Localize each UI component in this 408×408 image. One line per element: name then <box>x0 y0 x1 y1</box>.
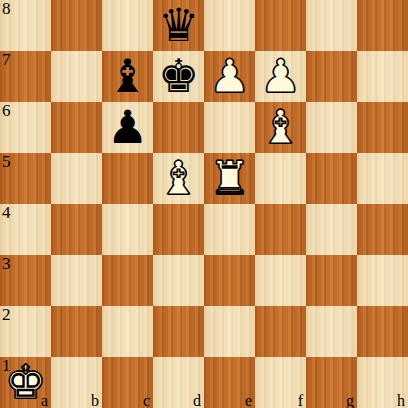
square-e6[interactable] <box>204 102 255 153</box>
square-g4[interactable] <box>306 204 357 255</box>
square-e7[interactable]: ♟ <box>204 51 255 102</box>
square-h1[interactable]: h <box>357 357 408 408</box>
square-c2[interactable] <box>102 306 153 357</box>
piece-white-pawn: ♟ <box>209 51 250 102</box>
square-c7[interactable]: ♝ <box>102 51 153 102</box>
file-label-a: a <box>41 392 48 408</box>
square-a8[interactable]: 8 <box>0 0 51 51</box>
rank-label-1: 1 <box>2 356 11 375</box>
square-d5[interactable]: ♝ <box>153 153 204 204</box>
square-b7[interactable] <box>51 51 102 102</box>
file-label-b: b <box>91 392 99 408</box>
rank-label-4: 4 <box>2 203 11 222</box>
square-b1[interactable]: b <box>51 357 102 408</box>
rank-label-5: 5 <box>2 152 11 171</box>
piece-black-king: ♚ <box>158 51 199 102</box>
square-c6[interactable]: ♟ <box>102 102 153 153</box>
square-h4[interactable] <box>357 204 408 255</box>
piece-white-pawn: ♟ <box>260 51 301 102</box>
square-d6[interactable] <box>153 102 204 153</box>
square-h7[interactable] <box>357 51 408 102</box>
square-h6[interactable] <box>357 102 408 153</box>
square-c5[interactable] <box>102 153 153 204</box>
square-e2[interactable] <box>204 306 255 357</box>
square-d1[interactable]: d <box>153 357 204 408</box>
square-e1[interactable]: e <box>204 357 255 408</box>
square-e3[interactable] <box>204 255 255 306</box>
piece-black-pawn: ♟ <box>107 102 148 153</box>
square-f6[interactable]: ♝ <box>255 102 306 153</box>
square-a3[interactable]: 3 <box>0 255 51 306</box>
square-b5[interactable] <box>51 153 102 204</box>
square-b3[interactable] <box>51 255 102 306</box>
square-h3[interactable] <box>357 255 408 306</box>
square-g1[interactable]: g <box>306 357 357 408</box>
file-label-f: f <box>298 392 303 408</box>
square-f4[interactable] <box>255 204 306 255</box>
file-label-g: g <box>346 392 354 408</box>
piece-white-bishop: ♝ <box>158 153 199 204</box>
square-c1[interactable]: c <box>102 357 153 408</box>
square-h5[interactable] <box>357 153 408 204</box>
piece-black-bishop: ♝ <box>107 51 148 102</box>
square-g3[interactable] <box>306 255 357 306</box>
piece-black-queen: ♛ <box>158 0 199 51</box>
square-e4[interactable] <box>204 204 255 255</box>
square-f7[interactable]: ♟ <box>255 51 306 102</box>
square-f3[interactable] <box>255 255 306 306</box>
square-a1[interactable]: 1a♚ <box>0 357 51 408</box>
square-b2[interactable] <box>51 306 102 357</box>
square-d4[interactable] <box>153 204 204 255</box>
rank-label-7: 7 <box>2 50 11 69</box>
square-f5[interactable] <box>255 153 306 204</box>
square-a5[interactable]: 5 <box>0 153 51 204</box>
rank-label-6: 6 <box>2 101 11 120</box>
square-f8[interactable] <box>255 0 306 51</box>
rank-label-3: 3 <box>2 254 11 273</box>
square-a7[interactable]: 7 <box>0 51 51 102</box>
square-e5[interactable]: ♜ <box>204 153 255 204</box>
rank-label-2: 2 <box>2 305 11 324</box>
square-c4[interactable] <box>102 204 153 255</box>
square-c3[interactable] <box>102 255 153 306</box>
file-label-h: h <box>397 392 405 408</box>
square-b6[interactable] <box>51 102 102 153</box>
square-g7[interactable] <box>306 51 357 102</box>
square-g8[interactable] <box>306 0 357 51</box>
square-g6[interactable] <box>306 102 357 153</box>
square-d7[interactable]: ♚ <box>153 51 204 102</box>
piece-white-rook: ♜ <box>209 153 250 204</box>
square-d3[interactable] <box>153 255 204 306</box>
square-d2[interactable] <box>153 306 204 357</box>
square-h2[interactable] <box>357 306 408 357</box>
square-h8[interactable] <box>357 0 408 51</box>
square-c8[interactable] <box>102 0 153 51</box>
square-e8[interactable] <box>204 0 255 51</box>
file-label-e: e <box>245 392 252 408</box>
file-label-c: c <box>143 392 150 408</box>
square-a2[interactable]: 2 <box>0 306 51 357</box>
square-g5[interactable] <box>306 153 357 204</box>
square-a6[interactable]: 6 <box>0 102 51 153</box>
chess-board: 8♛7♝♚♟♟6♟♝5♝♜4321a♚bcdefgh <box>0 0 408 408</box>
square-b4[interactable] <box>51 204 102 255</box>
piece-white-bishop: ♝ <box>260 102 301 153</box>
square-a4[interactable]: 4 <box>0 204 51 255</box>
square-f2[interactable] <box>255 306 306 357</box>
square-d8[interactable]: ♛ <box>153 0 204 51</box>
rank-label-8: 8 <box>2 0 11 18</box>
file-label-d: d <box>193 392 201 408</box>
square-g2[interactable] <box>306 306 357 357</box>
square-f1[interactable]: f <box>255 357 306 408</box>
square-b8[interactable] <box>51 0 102 51</box>
